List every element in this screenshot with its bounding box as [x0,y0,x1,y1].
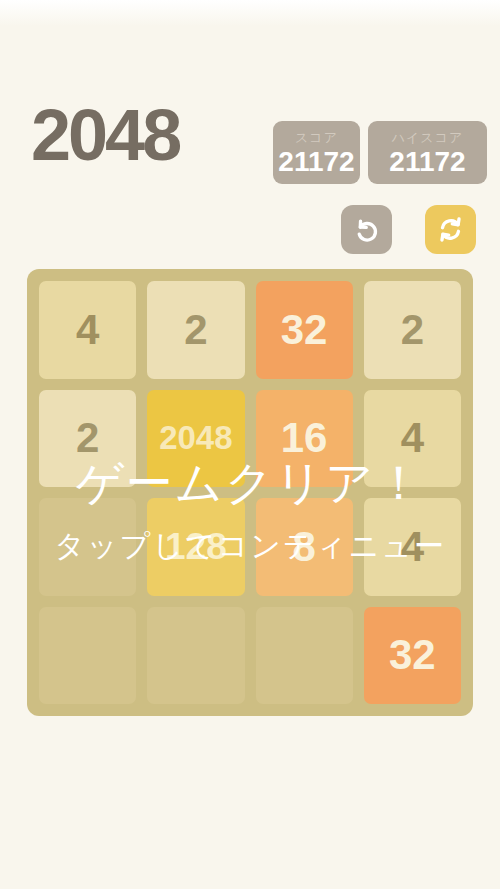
game-clear-message: ゲームクリア！ [0,455,500,511]
app-screen: 2048 スコア 21172 ハイスコア 21172 4 2 32 [0,0,500,889]
tap-to-continue-message: タップしてコンティニュー [0,527,500,565]
game-clear-overlay[interactable]: ゲームクリア！ タップしてコンティニュー [0,0,500,889]
